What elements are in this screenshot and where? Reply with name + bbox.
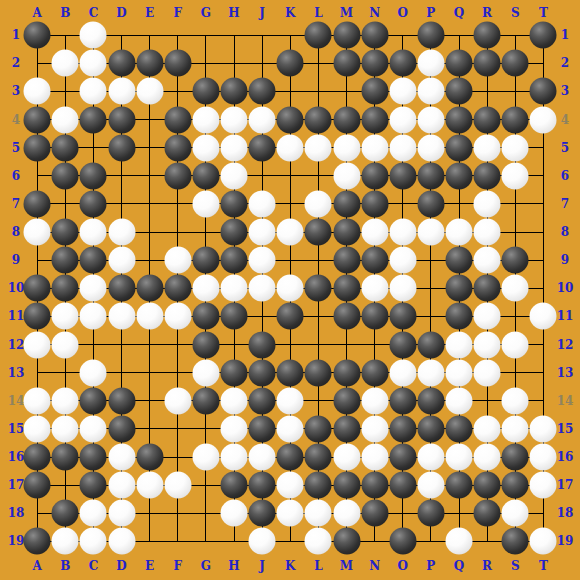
black-stone[interactable] <box>192 162 219 189</box>
black-stone[interactable] <box>417 500 444 527</box>
white-stone[interactable] <box>502 500 529 527</box>
black-stone[interactable] <box>305 472 332 499</box>
white-stone[interactable] <box>164 387 191 414</box>
black-stone[interactable] <box>80 387 107 414</box>
white-stone[interactable] <box>361 275 388 302</box>
black-stone[interactable] <box>52 500 79 527</box>
black-stone[interactable] <box>24 190 51 217</box>
row-label-right: 7 <box>561 198 569 210</box>
black-stone[interactable] <box>164 134 191 161</box>
black-stone[interactable] <box>446 472 473 499</box>
white-stone[interactable] <box>417 50 444 77</box>
black-stone[interactable] <box>333 472 360 499</box>
white-stone[interactable] <box>80 500 107 527</box>
black-stone[interactable] <box>333 415 360 442</box>
black-stone[interactable] <box>474 22 501 49</box>
black-stone[interactable] <box>52 247 79 274</box>
white-stone[interactable] <box>446 219 473 246</box>
row-label-left: 13 <box>8 367 25 379</box>
row-label-left: 16 <box>8 451 25 463</box>
white-stone[interactable] <box>305 134 332 161</box>
white-stone[interactable] <box>221 106 248 133</box>
row-label-right: 12 <box>557 339 574 351</box>
black-stone[interactable] <box>192 331 219 358</box>
black-stone[interactable] <box>108 50 135 77</box>
white-stone[interactable] <box>530 472 557 499</box>
white-stone[interactable] <box>446 331 473 358</box>
black-stone[interactable] <box>249 134 276 161</box>
black-stone[interactable] <box>277 303 304 330</box>
black-stone[interactable] <box>277 50 304 77</box>
column-label-bottom: S <box>511 560 520 572</box>
column-label-top: P <box>426 7 435 19</box>
black-stone[interactable] <box>446 415 473 442</box>
black-stone[interactable] <box>530 78 557 105</box>
white-stone[interactable] <box>389 78 416 105</box>
black-stone[interactable] <box>136 275 163 302</box>
black-stone[interactable] <box>24 106 51 133</box>
white-stone[interactable] <box>389 219 416 246</box>
row-label-left: 17 <box>8 479 25 491</box>
black-stone[interactable] <box>249 331 276 358</box>
white-stone[interactable] <box>108 472 135 499</box>
white-stone[interactable] <box>24 415 51 442</box>
white-stone[interactable] <box>446 444 473 471</box>
row-label-right: 6 <box>561 170 569 182</box>
black-stone[interactable] <box>52 444 79 471</box>
black-stone[interactable] <box>417 415 444 442</box>
white-stone[interactable] <box>108 444 135 471</box>
black-stone[interactable] <box>502 247 529 274</box>
row-label-left: 5 <box>12 142 20 154</box>
black-stone[interactable] <box>221 219 248 246</box>
black-stone[interactable] <box>164 50 191 77</box>
column-label-bottom: J <box>259 560 265 572</box>
white-stone[interactable] <box>389 106 416 133</box>
black-stone[interactable] <box>333 50 360 77</box>
white-stone[interactable] <box>361 415 388 442</box>
row-label-left: 4 <box>12 114 20 126</box>
black-stone[interactable] <box>305 106 332 133</box>
white-stone[interactable] <box>80 219 107 246</box>
white-stone[interactable] <box>192 444 219 471</box>
column-label-bottom: O <box>398 560 408 572</box>
white-stone[interactable] <box>221 415 248 442</box>
white-stone[interactable] <box>474 303 501 330</box>
black-stone[interactable] <box>221 472 248 499</box>
black-stone[interactable] <box>502 444 529 471</box>
white-stone[interactable] <box>52 415 79 442</box>
white-stone[interactable] <box>502 134 529 161</box>
black-stone[interactable] <box>24 303 51 330</box>
black-stone[interactable] <box>389 415 416 442</box>
black-stone[interactable] <box>361 78 388 105</box>
black-stone[interactable] <box>80 162 107 189</box>
white-stone[interactable] <box>502 387 529 414</box>
white-stone[interactable] <box>249 190 276 217</box>
white-stone[interactable] <box>192 359 219 386</box>
white-stone[interactable] <box>474 190 501 217</box>
column-label-top: G <box>201 7 211 19</box>
black-stone[interactable] <box>24 528 51 555</box>
black-stone[interactable] <box>52 134 79 161</box>
black-stone[interactable] <box>333 22 360 49</box>
white-stone[interactable] <box>446 528 473 555</box>
black-stone[interactable] <box>417 190 444 217</box>
black-stone[interactable] <box>389 528 416 555</box>
black-stone[interactable] <box>80 444 107 471</box>
column-label-top: S <box>511 7 520 19</box>
white-stone[interactable] <box>24 219 51 246</box>
black-stone[interactable] <box>361 22 388 49</box>
black-stone[interactable] <box>108 415 135 442</box>
white-stone[interactable] <box>221 387 248 414</box>
white-stone[interactable] <box>474 359 501 386</box>
black-stone[interactable] <box>333 387 360 414</box>
white-stone[interactable] <box>389 359 416 386</box>
white-stone[interactable] <box>417 219 444 246</box>
white-stone[interactable] <box>333 162 360 189</box>
black-stone[interactable] <box>108 106 135 133</box>
black-stone[interactable] <box>305 219 332 246</box>
row-label-left: 9 <box>12 254 20 266</box>
black-stone[interactable] <box>446 303 473 330</box>
black-stone[interactable] <box>389 472 416 499</box>
white-stone[interactable] <box>502 415 529 442</box>
black-stone[interactable] <box>417 162 444 189</box>
white-stone[interactable] <box>530 528 557 555</box>
black-stone[interactable] <box>52 219 79 246</box>
white-stone[interactable] <box>136 303 163 330</box>
column-label-bottom: L <box>314 560 322 572</box>
column-label-bottom: B <box>60 560 70 572</box>
black-stone[interactable] <box>361 359 388 386</box>
black-stone[interactable] <box>446 162 473 189</box>
black-stone[interactable] <box>164 275 191 302</box>
black-stone[interactable] <box>249 500 276 527</box>
column-label-bottom: Q <box>454 560 464 572</box>
black-stone[interactable] <box>108 134 135 161</box>
white-stone[interactable] <box>136 472 163 499</box>
white-stone[interactable] <box>333 444 360 471</box>
white-stone[interactable] <box>108 78 135 105</box>
black-stone[interactable] <box>277 106 304 133</box>
white-stone[interactable] <box>474 247 501 274</box>
black-stone[interactable] <box>249 415 276 442</box>
row-label-left: 11 <box>8 310 25 322</box>
black-stone[interactable] <box>305 275 332 302</box>
white-stone[interactable] <box>333 500 360 527</box>
black-stone[interactable] <box>389 50 416 77</box>
white-stone[interactable] <box>80 275 107 302</box>
white-stone[interactable] <box>192 275 219 302</box>
white-stone[interactable] <box>52 303 79 330</box>
black-stone[interactable] <box>249 359 276 386</box>
black-stone[interactable] <box>305 22 332 49</box>
black-stone[interactable] <box>305 415 332 442</box>
black-stone[interactable] <box>333 528 360 555</box>
row-label-right: 2 <box>561 57 569 69</box>
white-stone[interactable] <box>80 303 107 330</box>
row-label-right: 15 <box>557 423 574 435</box>
row-label-right: 9 <box>561 254 569 266</box>
white-stone[interactable] <box>249 247 276 274</box>
white-stone[interactable] <box>249 275 276 302</box>
white-stone[interactable] <box>192 134 219 161</box>
white-stone[interactable] <box>164 247 191 274</box>
white-stone[interactable] <box>164 472 191 499</box>
black-stone[interactable] <box>80 190 107 217</box>
black-stone[interactable] <box>446 134 473 161</box>
white-stone[interactable] <box>417 106 444 133</box>
row-label-left: 14 <box>8 395 25 407</box>
black-stone[interactable] <box>333 247 360 274</box>
white-stone[interactable] <box>530 444 557 471</box>
black-stone[interactable] <box>249 472 276 499</box>
black-stone[interactable] <box>52 162 79 189</box>
column-label-bottom: A <box>33 560 42 572</box>
black-stone[interactable] <box>361 106 388 133</box>
white-stone[interactable] <box>52 331 79 358</box>
column-label-top: L <box>314 7 322 19</box>
white-stone[interactable] <box>389 134 416 161</box>
black-stone[interactable] <box>446 275 473 302</box>
black-stone[interactable] <box>249 387 276 414</box>
white-stone[interactable] <box>108 500 135 527</box>
white-stone[interactable] <box>417 78 444 105</box>
white-stone[interactable] <box>530 415 557 442</box>
black-stone[interactable] <box>361 500 388 527</box>
go-board[interactable]: AABBCCDDEEFFGGHHJJKKLLMMNNOOPPQQRRSSTT11… <box>0 0 580 580</box>
column-label-top: J <box>259 7 265 19</box>
white-stone[interactable] <box>80 78 107 105</box>
white-stone[interactable] <box>221 500 248 527</box>
white-stone[interactable] <box>108 528 135 555</box>
black-stone[interactable] <box>221 303 248 330</box>
white-stone[interactable] <box>164 303 191 330</box>
white-stone[interactable] <box>389 275 416 302</box>
white-stone[interactable] <box>52 106 79 133</box>
white-stone[interactable] <box>52 528 79 555</box>
black-stone[interactable] <box>80 247 107 274</box>
black-stone[interactable] <box>446 78 473 105</box>
black-stone[interactable] <box>24 444 51 471</box>
column-label-top: C <box>89 7 99 19</box>
white-stone[interactable] <box>361 387 388 414</box>
white-stone[interactable] <box>530 106 557 133</box>
white-stone[interactable] <box>277 219 304 246</box>
white-stone[interactable] <box>24 78 51 105</box>
white-stone[interactable] <box>52 387 79 414</box>
white-stone[interactable] <box>333 134 360 161</box>
black-stone[interactable] <box>24 472 51 499</box>
black-stone[interactable] <box>361 50 388 77</box>
row-label-left: 12 <box>8 339 25 351</box>
black-stone[interactable] <box>52 275 79 302</box>
white-stone[interactable] <box>221 275 248 302</box>
black-stone[interactable] <box>389 444 416 471</box>
column-label-bottom: K <box>285 560 295 572</box>
row-label-left: 10 <box>8 282 25 294</box>
black-stone[interactable] <box>502 50 529 77</box>
black-stone[interactable] <box>502 472 529 499</box>
black-stone[interactable] <box>136 444 163 471</box>
black-stone[interactable] <box>277 359 304 386</box>
white-stone[interactable] <box>136 78 163 105</box>
black-stone[interactable] <box>389 331 416 358</box>
black-stone[interactable] <box>474 50 501 77</box>
white-stone[interactable] <box>108 303 135 330</box>
white-stone[interactable] <box>52 50 79 77</box>
white-stone[interactable] <box>446 359 473 386</box>
white-stone[interactable] <box>417 359 444 386</box>
black-stone[interactable] <box>24 134 51 161</box>
black-stone[interactable] <box>530 22 557 49</box>
white-stone[interactable] <box>474 219 501 246</box>
black-stone[interactable] <box>277 444 304 471</box>
black-stone[interactable] <box>24 275 51 302</box>
black-stone[interactable] <box>333 190 360 217</box>
white-stone[interactable] <box>277 500 304 527</box>
white-stone[interactable] <box>221 162 248 189</box>
white-stone[interactable] <box>249 106 276 133</box>
black-stone[interactable] <box>333 106 360 133</box>
white-stone[interactable] <box>221 134 248 161</box>
black-stone[interactable] <box>221 190 248 217</box>
black-stone[interactable] <box>333 275 360 302</box>
black-stone[interactable] <box>164 162 191 189</box>
black-stone[interactable] <box>192 303 219 330</box>
white-stone[interactable] <box>446 387 473 414</box>
white-stone[interactable] <box>108 219 135 246</box>
white-stone[interactable] <box>80 50 107 77</box>
column-label-top: K <box>285 7 295 19</box>
black-stone[interactable] <box>333 303 360 330</box>
white-stone[interactable] <box>277 134 304 161</box>
white-stone[interactable] <box>474 444 501 471</box>
black-stone[interactable] <box>474 106 501 133</box>
black-stone[interactable] <box>417 387 444 414</box>
black-stone[interactable] <box>80 106 107 133</box>
row-label-left: 19 <box>8 535 25 547</box>
black-stone[interactable] <box>221 359 248 386</box>
black-stone[interactable] <box>446 50 473 77</box>
white-stone[interactable] <box>305 528 332 555</box>
white-stone[interactable] <box>502 162 529 189</box>
white-stone[interactable] <box>249 444 276 471</box>
white-stone[interactable] <box>417 472 444 499</box>
row-label-right: 17 <box>557 479 574 491</box>
black-stone[interactable] <box>361 472 388 499</box>
black-stone[interactable] <box>249 78 276 105</box>
white-stone[interactable] <box>502 275 529 302</box>
black-stone[interactable] <box>108 387 135 414</box>
black-stone[interactable] <box>361 190 388 217</box>
white-stone[interactable] <box>80 528 107 555</box>
white-stone[interactable] <box>277 387 304 414</box>
white-stone[interactable] <box>80 22 107 49</box>
white-stone[interactable] <box>417 444 444 471</box>
black-stone[interactable] <box>221 247 248 274</box>
white-stone[interactable] <box>361 444 388 471</box>
row-label-left: 8 <box>12 226 20 238</box>
white-stone[interactable] <box>530 303 557 330</box>
black-stone[interactable] <box>192 247 219 274</box>
row-label-right: 5 <box>561 142 569 154</box>
white-stone[interactable] <box>389 247 416 274</box>
white-stone[interactable] <box>221 444 248 471</box>
black-stone[interactable] <box>361 247 388 274</box>
black-stone[interactable] <box>80 472 107 499</box>
column-label-top: Q <box>454 7 464 19</box>
black-stone[interactable] <box>136 50 163 77</box>
white-stone[interactable] <box>305 190 332 217</box>
white-stone[interactable] <box>249 528 276 555</box>
black-stone[interactable] <box>389 303 416 330</box>
white-stone[interactable] <box>474 415 501 442</box>
white-stone[interactable] <box>24 387 51 414</box>
black-stone[interactable] <box>474 162 501 189</box>
white-stone[interactable] <box>277 275 304 302</box>
black-stone[interactable] <box>333 219 360 246</box>
black-stone[interactable] <box>474 500 501 527</box>
white-stone[interactable] <box>192 190 219 217</box>
black-stone[interactable] <box>417 331 444 358</box>
black-stone[interactable] <box>502 528 529 555</box>
black-stone[interactable] <box>192 387 219 414</box>
black-stone[interactable] <box>474 472 501 499</box>
white-stone[interactable] <box>305 500 332 527</box>
black-stone[interactable] <box>221 78 248 105</box>
black-stone[interactable] <box>389 162 416 189</box>
black-stone[interactable] <box>305 444 332 471</box>
row-label-left: 6 <box>12 170 20 182</box>
white-stone[interactable] <box>80 359 107 386</box>
black-stone[interactable] <box>474 275 501 302</box>
black-stone[interactable] <box>389 387 416 414</box>
white-stone[interactable] <box>361 219 388 246</box>
grid-line-horizontal <box>37 203 544 204</box>
column-label-top: D <box>116 7 126 19</box>
white-stone[interactable] <box>192 106 219 133</box>
white-stone[interactable] <box>249 219 276 246</box>
column-label-top: M <box>340 7 353 19</box>
white-stone[interactable] <box>80 415 107 442</box>
black-stone[interactable] <box>108 275 135 302</box>
black-stone[interactable] <box>192 78 219 105</box>
white-stone[interactable] <box>108 247 135 274</box>
black-stone[interactable] <box>417 22 444 49</box>
black-stone[interactable] <box>446 106 473 133</box>
white-stone[interactable] <box>277 415 304 442</box>
black-stone[interactable] <box>361 303 388 330</box>
black-stone[interactable] <box>502 106 529 133</box>
black-stone[interactable] <box>446 247 473 274</box>
black-stone[interactable] <box>164 106 191 133</box>
white-stone[interactable] <box>24 331 51 358</box>
white-stone[interactable] <box>474 134 501 161</box>
black-stone[interactable] <box>24 22 51 49</box>
black-stone[interactable] <box>333 359 360 386</box>
black-stone[interactable] <box>305 359 332 386</box>
white-stone[interactable] <box>474 331 501 358</box>
white-stone[interactable] <box>361 134 388 161</box>
black-stone[interactable] <box>361 162 388 189</box>
white-stone[interactable] <box>417 134 444 161</box>
white-stone[interactable] <box>277 472 304 499</box>
white-stone[interactable] <box>502 331 529 358</box>
row-label-right: 13 <box>557 367 574 379</box>
